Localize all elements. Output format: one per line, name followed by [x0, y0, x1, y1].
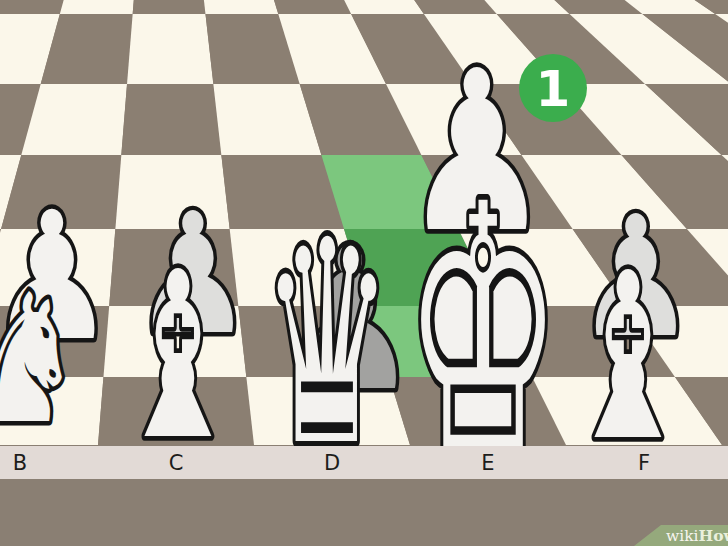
chess-scene: ♟♟♟♟♟♞♝♝♛♚ B C D E F 1 wikiHow	[0, 0, 728, 546]
file-label-band	[0, 446, 728, 479]
bottom-band	[0, 479, 728, 546]
square-b7	[60, 0, 138, 14]
wikihow-logo-wiki: wiki	[666, 527, 699, 545]
step-badge: 1	[519, 54, 587, 122]
file-label-b: B	[13, 451, 27, 475]
square-c6	[127, 14, 213, 84]
wikihow-logo: wikiHow	[666, 526, 728, 545]
step-number: 1	[536, 60, 571, 118]
piece-white-knight-b1: ♞	[0, 256, 82, 464]
file-label-f: F	[638, 451, 650, 475]
square-d7	[198, 0, 279, 14]
square-c5	[121, 84, 221, 155]
square-c7	[133, 0, 206, 14]
file-label-c: C	[169, 451, 184, 475]
wikihow-logo-how: How	[699, 526, 728, 545]
file-label-d: D	[324, 451, 340, 475]
file-label-e: E	[481, 451, 494, 475]
